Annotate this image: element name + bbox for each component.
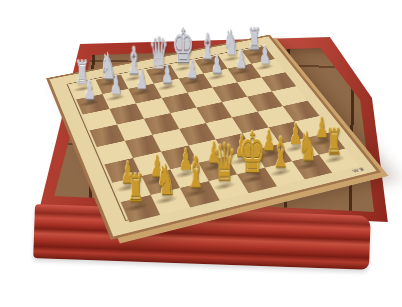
piece-gold-bishop: ♝ <box>271 134 291 173</box>
chess-set-photo: W♛ ♜♞♝♛♚♝♞♜♟♟♟♟♟♟♟♟♟♟♟♟♟♟♟♟♜♞♝♛♚♝♞♜ <box>0 0 402 307</box>
piece-gold-bishop: ♝ <box>185 153 205 193</box>
piece-gold-rook: ♜ <box>127 172 145 207</box>
piece-gold-knight: ♞ <box>156 161 176 200</box>
piece-gold-rook: ♜ <box>326 126 343 159</box>
piece-gold-knight: ♞ <box>298 129 317 166</box>
piece-gold-king: ♚ <box>239 127 265 179</box>
piece-gold-queen: ♛ <box>212 139 236 186</box>
